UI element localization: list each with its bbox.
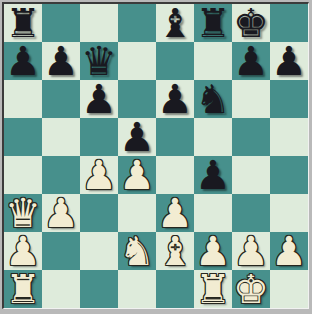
square-h2[interactable]: ♟ bbox=[270, 232, 308, 270]
square-f8[interactable]: ♜ bbox=[194, 4, 232, 42]
square-h7[interactable]: ♟ bbox=[270, 42, 308, 80]
piece-white-knight[interactable]: ♞ bbox=[119, 232, 155, 270]
square-b4[interactable] bbox=[42, 156, 80, 194]
piece-white-queen[interactable]: ♛ bbox=[5, 194, 41, 232]
square-e8[interactable]: ♝ bbox=[156, 4, 194, 42]
square-g7[interactable]: ♟ bbox=[232, 42, 270, 80]
square-e1[interactable] bbox=[156, 270, 194, 308]
square-g1[interactable]: ♚ bbox=[232, 270, 270, 308]
square-e6[interactable]: ♟ bbox=[156, 80, 194, 118]
square-e5[interactable] bbox=[156, 118, 194, 156]
square-a3[interactable]: ♛ bbox=[4, 194, 42, 232]
square-b5[interactable] bbox=[42, 118, 80, 156]
square-a7[interactable]: ♟ bbox=[4, 42, 42, 80]
square-d2[interactable]: ♞ bbox=[118, 232, 156, 270]
board-frame: ♜♝♜♚♟♟♛♟♟♟♟♞♟♟♟♟♛♟♟♟♞♝♟♟♟♜♜♚ bbox=[0, 0, 312, 314]
square-c7[interactable]: ♛ bbox=[80, 42, 118, 80]
square-h8[interactable] bbox=[270, 4, 308, 42]
square-b2[interactable] bbox=[42, 232, 80, 270]
piece-black-pawn[interactable]: ♟ bbox=[5, 42, 41, 80]
square-c2[interactable] bbox=[80, 232, 118, 270]
square-c6[interactable]: ♟ bbox=[80, 80, 118, 118]
square-h5[interactable] bbox=[270, 118, 308, 156]
square-a5[interactable] bbox=[4, 118, 42, 156]
piece-black-bishop[interactable]: ♝ bbox=[157, 4, 193, 42]
piece-black-pawn[interactable]: ♟ bbox=[195, 156, 231, 194]
square-g8[interactable]: ♚ bbox=[232, 4, 270, 42]
square-b8[interactable] bbox=[42, 4, 80, 42]
square-g5[interactable] bbox=[232, 118, 270, 156]
square-f4[interactable]: ♟ bbox=[194, 156, 232, 194]
piece-white-pawn[interactable]: ♟ bbox=[119, 156, 155, 194]
piece-black-pawn[interactable]: ♟ bbox=[119, 118, 155, 156]
square-c5[interactable] bbox=[80, 118, 118, 156]
square-e4[interactable] bbox=[156, 156, 194, 194]
piece-white-pawn[interactable]: ♟ bbox=[43, 194, 79, 232]
square-d1[interactable] bbox=[118, 270, 156, 308]
piece-white-bishop[interactable]: ♝ bbox=[157, 232, 193, 270]
square-c3[interactable] bbox=[80, 194, 118, 232]
square-c1[interactable] bbox=[80, 270, 118, 308]
square-d3[interactable] bbox=[118, 194, 156, 232]
piece-white-pawn[interactable]: ♟ bbox=[5, 232, 41, 270]
chess-board: ♜♝♜♚♟♟♛♟♟♟♟♞♟♟♟♟♛♟♟♟♞♝♟♟♟♜♜♚ bbox=[2, 2, 309, 309]
piece-white-pawn[interactable]: ♟ bbox=[195, 232, 231, 270]
square-e2[interactable]: ♝ bbox=[156, 232, 194, 270]
square-c4[interactable]: ♟ bbox=[80, 156, 118, 194]
piece-black-rook[interactable]: ♜ bbox=[5, 4, 41, 42]
square-b3[interactable]: ♟ bbox=[42, 194, 80, 232]
square-f3[interactable] bbox=[194, 194, 232, 232]
square-a8[interactable]: ♜ bbox=[4, 4, 42, 42]
piece-black-king[interactable]: ♚ bbox=[233, 4, 269, 42]
piece-white-king[interactable]: ♚ bbox=[233, 270, 269, 308]
square-h4[interactable] bbox=[270, 156, 308, 194]
square-e3[interactable]: ♟ bbox=[156, 194, 194, 232]
piece-white-pawn[interactable]: ♟ bbox=[233, 232, 269, 270]
square-d5[interactable]: ♟ bbox=[118, 118, 156, 156]
square-d7[interactable] bbox=[118, 42, 156, 80]
piece-black-pawn[interactable]: ♟ bbox=[81, 80, 117, 118]
piece-black-pawn[interactable]: ♟ bbox=[271, 42, 307, 80]
square-a4[interactable] bbox=[4, 156, 42, 194]
square-h1[interactable] bbox=[270, 270, 308, 308]
square-c8[interactable] bbox=[80, 4, 118, 42]
square-b1[interactable] bbox=[42, 270, 80, 308]
square-a6[interactable] bbox=[4, 80, 42, 118]
square-f2[interactable]: ♟ bbox=[194, 232, 232, 270]
square-g3[interactable] bbox=[232, 194, 270, 232]
square-g2[interactable]: ♟ bbox=[232, 232, 270, 270]
piece-black-pawn[interactable]: ♟ bbox=[157, 80, 193, 118]
square-f1[interactable]: ♜ bbox=[194, 270, 232, 308]
square-h3[interactable] bbox=[270, 194, 308, 232]
piece-white-pawn[interactable]: ♟ bbox=[157, 194, 193, 232]
square-g4[interactable] bbox=[232, 156, 270, 194]
piece-black-queen[interactable]: ♛ bbox=[81, 42, 117, 80]
piece-white-pawn[interactable]: ♟ bbox=[81, 156, 117, 194]
piece-white-rook[interactable]: ♜ bbox=[5, 270, 41, 308]
piece-white-pawn[interactable]: ♟ bbox=[271, 232, 307, 270]
square-d4[interactable]: ♟ bbox=[118, 156, 156, 194]
square-f7[interactable] bbox=[194, 42, 232, 80]
square-h6[interactable] bbox=[270, 80, 308, 118]
piece-black-pawn[interactable]: ♟ bbox=[233, 42, 269, 80]
piece-black-pawn[interactable]: ♟ bbox=[43, 42, 79, 80]
square-f5[interactable] bbox=[194, 118, 232, 156]
piece-black-rook[interactable]: ♜ bbox=[195, 4, 231, 42]
piece-white-rook[interactable]: ♜ bbox=[195, 270, 231, 308]
square-b6[interactable] bbox=[42, 80, 80, 118]
square-a2[interactable]: ♟ bbox=[4, 232, 42, 270]
square-d6[interactable] bbox=[118, 80, 156, 118]
square-g6[interactable] bbox=[232, 80, 270, 118]
square-a1[interactable]: ♜ bbox=[4, 270, 42, 308]
square-d8[interactable] bbox=[118, 4, 156, 42]
square-b7[interactable]: ♟ bbox=[42, 42, 80, 80]
square-e7[interactable] bbox=[156, 42, 194, 80]
square-f6[interactable]: ♞ bbox=[194, 80, 232, 118]
piece-black-knight[interactable]: ♞ bbox=[195, 80, 231, 118]
